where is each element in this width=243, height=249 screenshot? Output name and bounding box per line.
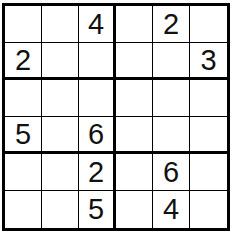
cell-r5c4[interactable]	[116, 154, 153, 191]
cell-r2c5[interactable]	[153, 43, 190, 80]
cell-r5c5[interactable]: 6	[153, 154, 190, 191]
cell-r1c1[interactable]	[5, 6, 42, 43]
cell-r1c5[interactable]: 2	[153, 6, 190, 43]
cell-r2c1[interactable]: 2	[5, 43, 42, 80]
cell-r5c2[interactable]	[42, 154, 79, 191]
cell-r3c1[interactable]	[5, 80, 42, 117]
cell-r1c2[interactable]	[42, 6, 79, 43]
cell-r2c3[interactable]	[79, 43, 116, 80]
cell-r6c4[interactable]	[116, 191, 153, 228]
cell-r2c4[interactable]	[116, 43, 153, 80]
cell-r3c3[interactable]	[79, 80, 116, 117]
cell-r3c2[interactable]	[42, 80, 79, 117]
cell-r4c2[interactable]	[42, 117, 79, 154]
cell-r1c6[interactable]	[190, 6, 227, 43]
cell-r3c5[interactable]	[153, 80, 190, 117]
cell-r4c6[interactable]	[190, 117, 227, 154]
cell-r6c1[interactable]	[5, 191, 42, 228]
cell-r6c5[interactable]: 4	[153, 191, 190, 228]
cell-r6c3[interactable]: 5	[79, 191, 116, 228]
cell-r1c3[interactable]: 4	[79, 6, 116, 43]
cell-r1c4[interactable]	[116, 6, 153, 43]
cell-r3c4[interactable]	[116, 80, 153, 117]
cell-r2c6[interactable]: 3	[190, 43, 227, 80]
cell-r2c2[interactable]	[42, 43, 79, 80]
cell-r4c5[interactable]	[153, 117, 190, 154]
cell-r5c6[interactable]	[190, 154, 227, 191]
cell-r6c6[interactable]	[190, 191, 227, 228]
sudoku-board: 4223562654	[2, 3, 230, 231]
cell-r4c3[interactable]: 6	[79, 117, 116, 154]
cell-r5c3[interactable]: 2	[79, 154, 116, 191]
sudoku-page: 4223562654	[0, 0, 243, 249]
cell-r5c1[interactable]	[5, 154, 42, 191]
cell-r3c6[interactable]	[190, 80, 227, 117]
cell-r6c2[interactable]	[42, 191, 79, 228]
cell-r4c1[interactable]: 5	[5, 117, 42, 154]
cell-r4c4[interactable]	[116, 117, 153, 154]
